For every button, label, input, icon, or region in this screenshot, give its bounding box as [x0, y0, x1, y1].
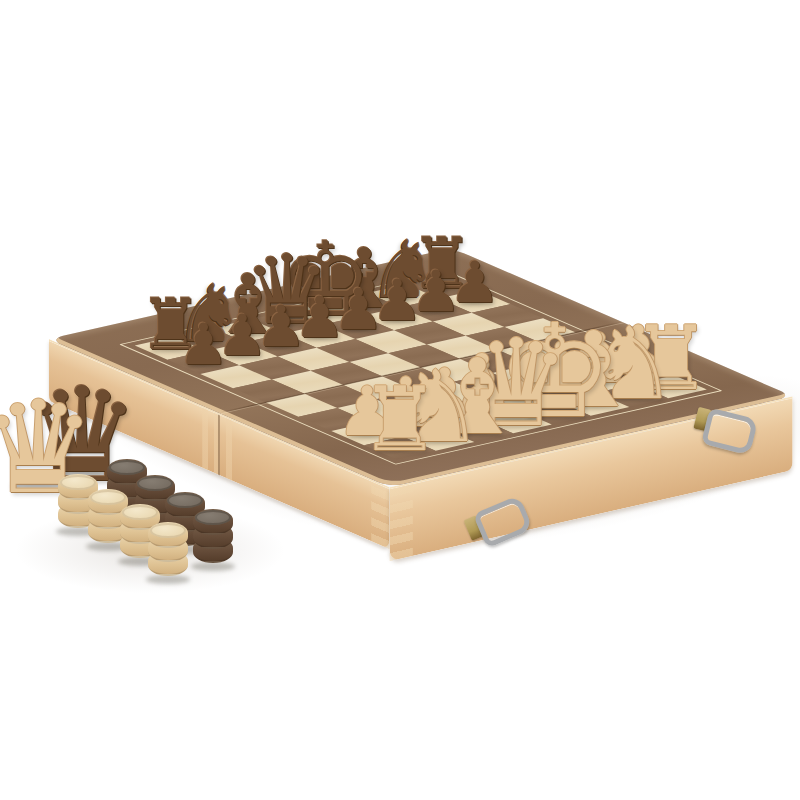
fold-seam-side	[218, 415, 220, 476]
checker-light	[120, 532, 160, 558]
checker-top-face	[109, 460, 145, 475]
piece-contact-shadow	[191, 562, 235, 571]
checker-dark	[107, 487, 147, 513]
piece-contact-shadow	[86, 542, 130, 551]
checker-dark	[165, 520, 205, 546]
checker-top-face	[122, 505, 158, 520]
checker-light	[88, 503, 128, 529]
piece-contact-shadow	[55, 470, 110, 479]
checker-dark	[135, 475, 175, 501]
checker-stack-light-1	[58, 474, 98, 526]
checker-dark	[135, 503, 175, 529]
checker-top-face	[137, 476, 173, 491]
checker-top-face	[167, 493, 203, 508]
checker-stack-light-3	[120, 504, 160, 556]
checker-dark	[165, 506, 205, 532]
checker-dark	[107, 459, 147, 485]
checker-top-face	[150, 523, 186, 538]
checker-dark	[193, 537, 233, 563]
checker-top-face	[90, 490, 126, 505]
checker-light	[120, 518, 160, 544]
checker-light	[148, 536, 188, 562]
piece-contact-shadow	[146, 575, 190, 584]
checker-stack-dark-4	[193, 509, 233, 561]
checker-stack-dark-1	[107, 459, 147, 511]
checker-top-face	[195, 510, 231, 525]
checker-dark	[165, 492, 205, 518]
checker-light	[58, 474, 98, 500]
piece-contact-shadow	[133, 528, 177, 537]
piece-contact-shadow	[163, 545, 207, 554]
finger-joints-corner-left	[371, 481, 389, 549]
checker-stack-light-4	[148, 522, 188, 574]
checker-light	[120, 504, 160, 530]
checker-light	[58, 488, 98, 514]
checker-stack-dark-2	[135, 475, 175, 527]
chess-set-product-photo: ♜♞♝♛♚♝♞♜♟♟♟♟♟♟♟♟♟♟♟♟♟♟♟♟♜♞♝♛♚♝♞♜♛♛	[0, 0, 800, 800]
piece-contact-shadow	[56, 527, 100, 536]
checker-light	[88, 517, 128, 543]
checker-top-face	[60, 475, 96, 490]
piece-contact-shadow	[105, 512, 149, 521]
checker-stack-light-2	[88, 489, 128, 541]
checker-dark	[193, 509, 233, 535]
checker-light	[58, 502, 98, 528]
piece-contact-shadow	[118, 557, 162, 566]
piece-contact-shadow	[11, 482, 65, 491]
checker-dark	[193, 523, 233, 549]
checker-stack-dark-3	[165, 492, 205, 544]
checker-dark	[107, 473, 147, 499]
checker-dark	[135, 489, 175, 515]
finger-joints-corner-right	[390, 484, 413, 561]
checker-light	[148, 522, 188, 548]
checker-light	[88, 489, 128, 515]
checker-light	[148, 550, 188, 576]
